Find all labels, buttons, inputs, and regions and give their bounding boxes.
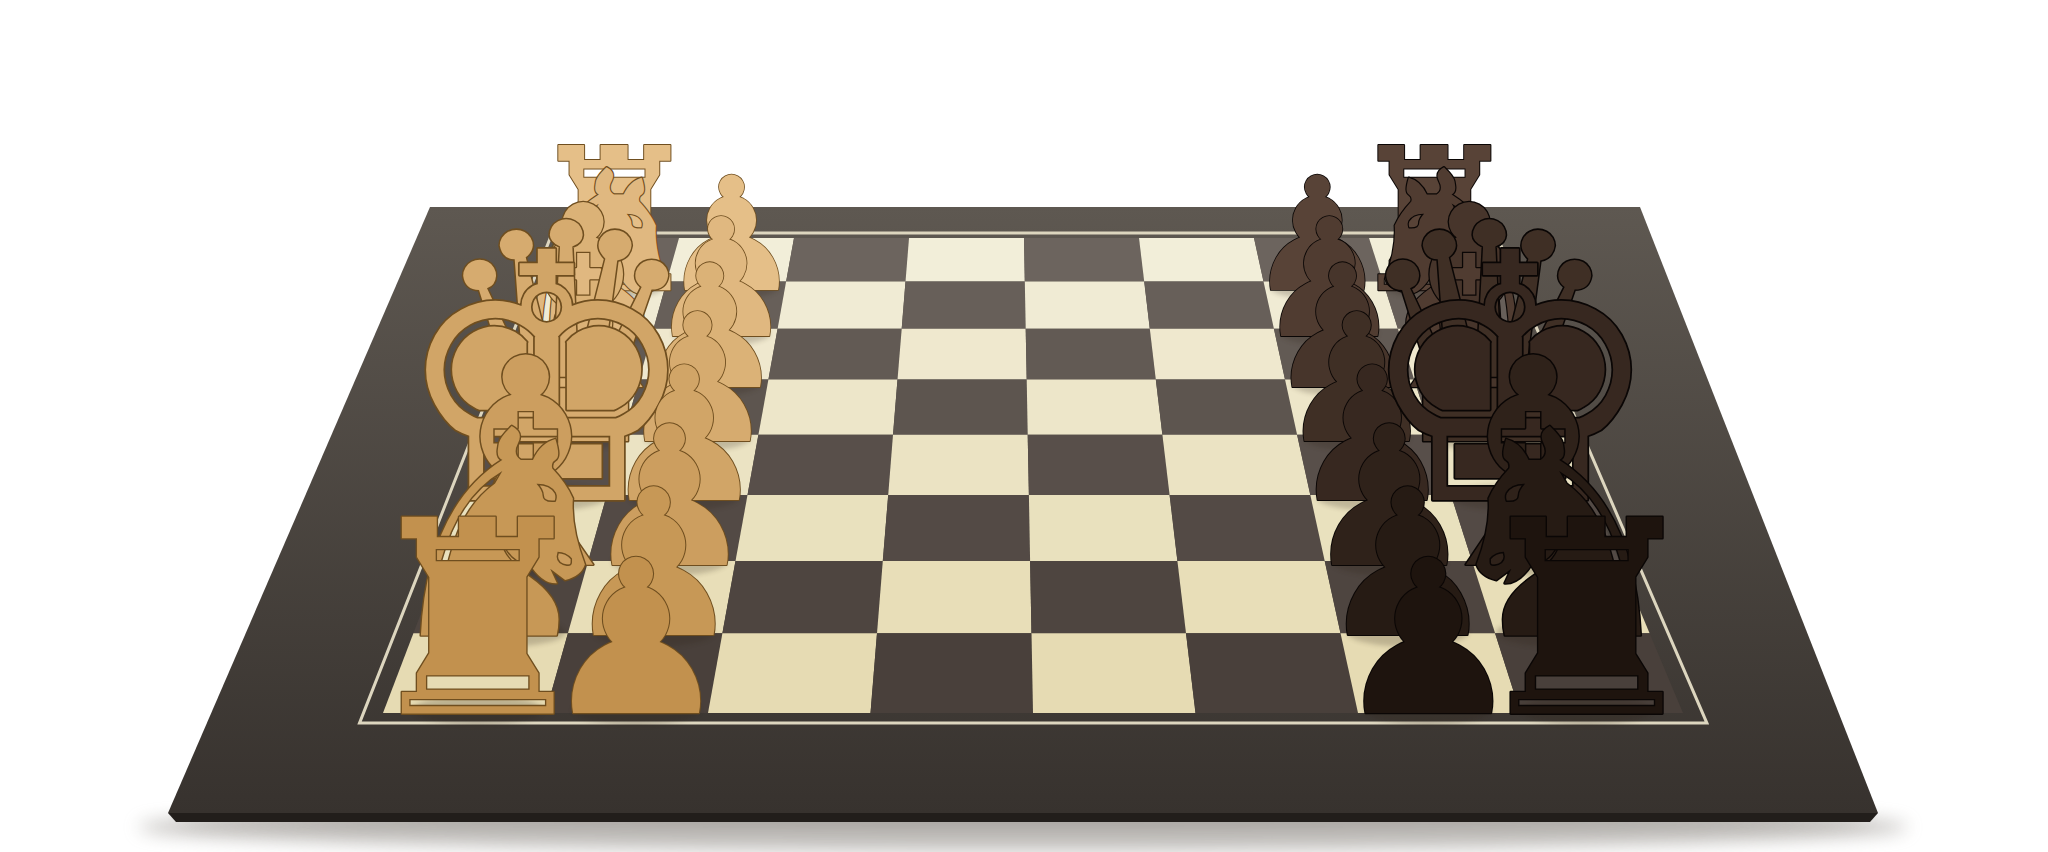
square-h4[interactable] [871, 633, 1034, 713]
square-c4[interactable] [898, 329, 1027, 380]
square-e4[interactable] [888, 435, 1029, 495]
square-h5[interactable] [1032, 633, 1196, 713]
square-b4[interactable] [902, 282, 1026, 329]
piece-black-rook-h8[interactable]: ♜ [1466, 463, 1707, 777]
square-g4[interactable] [877, 561, 1032, 633]
photo-canvas: ♜♟♟♜♞♟♟♞♝♟♟♝♛♟♟♛♚♟♟♚♝♟♟♝♞♟♟♞♜♟♟♜ [0, 0, 2048, 852]
square-a4[interactable] [906, 238, 1025, 282]
square-c5[interactable] [1026, 329, 1156, 380]
square-f4[interactable] [883, 495, 1030, 561]
chessboard-photo: ♜♟♟♜♞♟♟♞♝♟♟♝♛♟♟♛♚♟♟♚♝♟♟♝♞♟♟♞♜♟♟♜ [0, 0, 2048, 852]
square-f5[interactable] [1029, 495, 1178, 561]
square-a3[interactable] [786, 238, 909, 282]
square-g5[interactable] [1030, 561, 1186, 633]
square-e5[interactable] [1028, 435, 1170, 495]
square-a6[interactable] [1139, 238, 1264, 282]
square-d5[interactable] [1027, 380, 1163, 435]
square-d4[interactable] [893, 380, 1028, 435]
piece-white-pawn-h2[interactable]: ♟ [540, 514, 732, 763]
board-front-edge [168, 813, 1878, 822]
square-a5[interactable] [1024, 238, 1144, 282]
square-b5[interactable] [1025, 282, 1150, 329]
